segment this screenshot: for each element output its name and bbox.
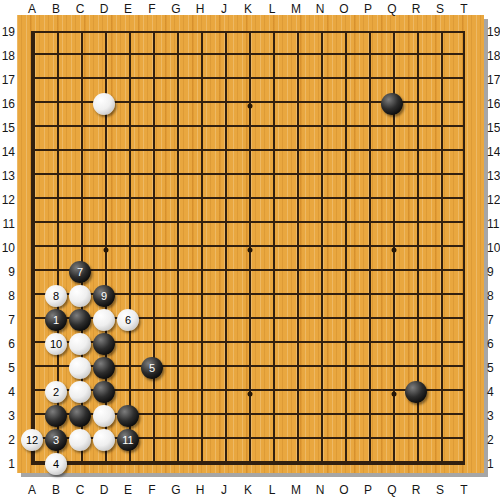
stone-black-f5-move-5[interactable]: 5 [141,357,163,379]
coord-label-bottom-o: O [332,483,356,497]
coord-label-left-2: 2 [0,432,15,448]
coord-label-left-6: 6 [0,336,15,352]
coord-label-left-8: 8 [0,288,15,304]
coord-label-right-19: 19 [487,24,500,40]
stone-white-b6-move-10[interactable]: 10 [45,333,67,355]
star-point-q10 [392,248,397,253]
coord-label-left-9: 9 [0,264,15,280]
coord-label-top-c: C [68,2,92,16]
coord-label-left-10: 10 [0,240,15,256]
coord-label-top-q: Q [380,2,404,16]
stone-black-b3[interactable] [45,405,67,427]
stone-white-d2[interactable] [93,429,115,451]
coord-label-top-r: R [404,2,428,16]
coord-label-top-a: A [20,2,44,16]
coord-label-left-15: 15 [0,120,15,136]
coord-label-bottom-l: L [260,483,284,497]
coord-label-right-14: 14 [487,144,500,160]
coord-label-right-17: 17 [487,72,500,88]
coord-label-right-4: 4 [487,384,500,400]
coord-label-left-19: 19 [0,24,15,40]
coord-label-top-g: G [164,2,188,16]
coord-label-bottom-b: B [44,483,68,497]
coord-label-bottom-s: S [428,483,452,497]
stone-black-c9-move-7[interactable]: 7 [69,261,91,283]
stone-white-c8[interactable] [69,285,91,307]
coord-label-left-11: 11 [0,216,15,232]
coord-label-bottom-d: D [92,483,116,497]
stone-black-e2-move-11[interactable]: 11 [117,429,139,451]
coord-label-right-11: 11 [487,216,500,232]
coord-label-bottom-m: M [284,483,308,497]
coord-label-left-13: 13 [0,168,15,184]
coord-label-bottom-t: T [452,483,476,497]
stone-white-c2[interactable] [69,429,91,451]
coord-label-top-h: H [188,2,212,16]
stone-black-d4[interactable] [93,381,115,403]
coord-label-left-14: 14 [0,144,15,160]
coord-label-top-e: E [116,2,140,16]
stone-black-d6[interactable] [93,333,115,355]
star-point-k10 [248,248,253,253]
coord-label-bottom-c: C [68,483,92,497]
coord-label-bottom-p: P [356,483,380,497]
coord-label-bottom-f: F [140,483,164,497]
stone-white-c5[interactable] [69,357,91,379]
coord-label-bottom-e: E [116,483,140,497]
coord-label-right-18: 18 [487,48,500,64]
stone-white-b4-move-2[interactable]: 2 [45,381,67,403]
stone-black-c3[interactable] [69,405,91,427]
coord-label-bottom-q: Q [380,483,404,497]
coord-label-left-7: 7 [0,312,15,328]
coord-label-bottom-g: G [164,483,188,497]
coord-label-left-18: 18 [0,48,15,64]
coord-label-top-m: M [284,2,308,16]
coord-label-top-k: K [236,2,260,16]
coord-label-right-8: 8 [487,288,500,304]
coord-label-left-16: 16 [0,96,15,112]
coord-label-right-15: 15 [487,120,500,136]
coord-label-left-17: 17 [0,72,15,88]
star-point-k4 [248,392,253,397]
coord-label-bottom-a: A [20,483,44,497]
coord-label-left-1: 1 [0,456,15,472]
stone-white-a2-move-12[interactable]: 12 [21,429,43,451]
stone-white-c4[interactable] [69,381,91,403]
coord-label-top-t: T [452,2,476,16]
coord-label-top-n: N [308,2,332,16]
coord-label-bottom-r: R [404,483,428,497]
coord-label-right-3: 3 [487,408,500,424]
coord-label-bottom-h: H [188,483,212,497]
stone-white-d7[interactable] [93,309,115,331]
coord-label-top-f: F [140,2,164,16]
coord-label-top-l: L [260,2,284,16]
coord-label-right-2: 2 [487,432,500,448]
coord-label-right-12: 12 [487,192,500,208]
coord-label-right-10: 10 [487,240,500,256]
stone-white-e7-move-6[interactable]: 6 [117,309,139,331]
stone-white-b8-move-8[interactable]: 8 [45,285,67,307]
stone-white-b1-move-4[interactable]: 4 [45,453,67,475]
stone-white-c6[interactable] [69,333,91,355]
coord-label-top-j: J [212,2,236,16]
stone-white-d3[interactable] [93,405,115,427]
coord-label-right-5: 5 [487,360,500,376]
coord-label-bottom-j: J [212,483,236,497]
go-diagram: 789161052123114 AABBCCDDEEFFGGHHJJKKLLMM… [0,0,500,500]
star-point-k16 [248,104,253,109]
star-point-d10 [104,248,109,253]
coord-label-left-3: 3 [0,408,15,424]
stone-black-e3[interactable] [117,405,139,427]
coord-label-right-6: 6 [487,336,500,352]
coord-label-left-5: 5 [0,360,15,376]
stone-black-c7[interactable] [69,309,91,331]
stone-black-b2-move-3[interactable]: 3 [45,429,67,451]
coord-label-top-b: B [44,2,68,16]
coord-label-bottom-k: K [236,483,260,497]
coord-label-top-d: D [92,2,116,16]
stone-black-b7-move-1[interactable]: 1 [45,309,67,331]
stone-white-d16[interactable] [93,93,115,115]
stone-black-r4[interactable] [405,381,427,403]
coord-label-right-9: 9 [487,264,500,280]
stone-black-q16[interactable] [381,93,403,115]
coord-label-left-12: 12 [0,192,15,208]
coord-label-right-7: 7 [487,312,500,328]
coord-label-right-1: 1 [487,456,500,472]
go-board[interactable]: 789161052123114 [20,20,476,476]
coord-label-bottom-n: N [308,483,332,497]
coord-label-top-p: P [356,2,380,16]
stone-black-d8-move-9[interactable]: 9 [93,285,115,307]
coord-label-top-s: S [428,2,452,16]
stone-black-d5[interactable] [93,357,115,379]
coord-label-right-16: 16 [487,96,500,112]
coord-label-left-4: 4 [0,384,15,400]
star-point-q4 [392,392,397,397]
coord-label-right-13: 13 [487,168,500,184]
coord-label-top-o: O [332,2,356,16]
